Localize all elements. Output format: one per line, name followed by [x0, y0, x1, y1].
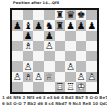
square-g2[interactable]: ♟♙ — [76, 72, 87, 82]
square-a1[interactable] — [12, 82, 23, 92]
square-a8[interactable] — [12, 10, 23, 20]
square-f2[interactable] — [65, 72, 76, 82]
square-b2[interactable]: ♝♗ — [23, 72, 34, 82]
square-a7[interactable]: ♟ — [12, 20, 23, 30]
square-a3[interactable] — [12, 61, 23, 71]
square-d4[interactable] — [44, 51, 55, 61]
square-h6[interactable] — [86, 31, 97, 41]
white-piece-fill: ♟ — [86, 72, 97, 82]
square-c7[interactable]: ♟ — [33, 20, 44, 30]
piece-wK-g1: ♔ — [76, 82, 87, 92]
square-a6[interactable] — [12, 31, 23, 41]
piece-wB-b5: ♗ — [23, 41, 34, 51]
piece-bP-h7: ♟ — [86, 20, 97, 30]
square-c3[interactable] — [33, 61, 44, 71]
white-piece-fill: ♟ — [12, 72, 23, 82]
square-g6[interactable] — [76, 31, 87, 41]
board-frame: ♜♛♚♟♝♟♞♜♟♟♟♟♟♝♗♟♙♟♙♟♙♟♙♝♗♟♙♛♕♟♙♟♙♜♖♜♖♚♔ — [10, 8, 99, 94]
page-header: Position after 14...Qf8 — [13, 1, 59, 6]
square-f5[interactable] — [65, 41, 76, 51]
square-h4[interactable] — [86, 51, 97, 61]
square-g1[interactable]: ♚♔ — [76, 82, 87, 92]
square-g5[interactable] — [76, 41, 87, 51]
square-h3[interactable] — [86, 61, 97, 71]
white-piece-fill: ♟ — [44, 41, 55, 51]
square-b3[interactable]: ♟♙ — [23, 61, 34, 71]
square-e2[interactable] — [55, 72, 66, 82]
square-d2[interactable]: ♛♕ — [44, 72, 55, 82]
square-h7[interactable]: ♟ — [86, 20, 97, 30]
piece-bP-g7: ♟ — [76, 20, 87, 30]
square-f6[interactable] — [65, 31, 76, 41]
piece-wB-b2: ♗ — [23, 72, 34, 82]
piece-wQ-d2: ♕ — [44, 72, 55, 82]
white-piece-fill: ♝ — [23, 41, 34, 51]
piece-bK-g8: ♚ — [76, 10, 87, 20]
piece-bR-e7: ♜ — [55, 20, 66, 30]
square-c4[interactable] — [33, 51, 44, 61]
square-f4[interactable] — [65, 51, 76, 61]
piece-bP-b6: ♟ — [23, 31, 34, 41]
white-piece-fill: ♜ — [55, 82, 66, 92]
caption-line-2: 6 b3 O-O 7 Bb2 d6 8 c4 Nbd7 9 Nc3 Re8 10… — [2, 101, 105, 107]
piece-bN-d7: ♞ — [44, 20, 55, 30]
square-g4[interactable] — [76, 51, 87, 61]
square-a4[interactable] — [12, 51, 23, 61]
square-d1[interactable] — [44, 82, 55, 92]
white-piece-fill: ♝ — [23, 72, 34, 82]
square-e1[interactable]: ♜♖ — [55, 82, 66, 92]
square-g8[interactable]: ♚ — [76, 10, 87, 20]
square-e6[interactable] — [55, 31, 66, 41]
square-f7[interactable]: ♟ — [65, 20, 76, 30]
piece-bP-a7: ♟ — [12, 20, 23, 30]
caption-line-1: 1 d4 Nf6 2 Nf3 e6 3 e3 b6 4 Bd3 Bb7 5 O-… — [2, 95, 105, 101]
square-f3[interactable]: ♟♙ — [65, 61, 76, 71]
white-piece-fill: ♟ — [76, 72, 87, 82]
piece-bQ-f8: ♛ — [65, 10, 76, 20]
piece-bR-e8: ♜ — [55, 10, 66, 20]
square-h1[interactable] — [86, 82, 97, 92]
white-piece-fill: ♜ — [65, 82, 76, 92]
square-h2[interactable]: ♟♙ — [86, 72, 97, 82]
piece-bP-c7: ♟ — [33, 20, 44, 30]
piece-wR-f1: ♖ — [65, 82, 76, 92]
square-c6[interactable] — [33, 31, 44, 41]
square-c8[interactable] — [33, 10, 44, 20]
piece-bB-b7: ♝ — [23, 20, 34, 30]
square-d5[interactable]: ♟♙ — [44, 41, 55, 51]
square-e5[interactable] — [55, 41, 66, 51]
chess-board: ♜♛♚♟♝♟♞♜♟♟♟♟♟♝♗♟♙♟♙♟♙♟♙♝♗♟♙♛♕♟♙♟♙♜♖♜♖♚♔ — [12, 10, 97, 92]
piece-wP-g2: ♙ — [76, 72, 87, 82]
piece-wR-e1: ♖ — [55, 82, 66, 92]
square-e8[interactable]: ♜ — [55, 10, 66, 20]
square-h8[interactable] — [86, 10, 97, 20]
square-g7[interactable]: ♟ — [76, 20, 87, 30]
white-piece-fill: ♛ — [44, 72, 55, 82]
square-d3[interactable] — [44, 61, 55, 71]
square-b1[interactable] — [23, 82, 34, 92]
piece-wP-h2: ♙ — [86, 72, 97, 82]
square-c5[interactable] — [33, 41, 44, 51]
square-c1[interactable] — [33, 82, 44, 92]
square-d6[interactable]: ♟ — [44, 31, 55, 41]
square-e3[interactable] — [55, 61, 66, 71]
square-b5[interactable]: ♝♗ — [23, 41, 34, 51]
square-h5[interactable] — [86, 41, 97, 51]
white-piece-fill: ♟ — [65, 61, 76, 71]
square-a5[interactable] — [12, 41, 23, 51]
white-piece-fill: ♟ — [23, 61, 34, 71]
square-d7[interactable]: ♞ — [44, 20, 55, 30]
square-b4[interactable] — [23, 51, 34, 61]
piece-wP-f3: ♙ — [65, 61, 76, 71]
piece-wP-a2: ♙ — [12, 72, 23, 82]
white-piece-fill: ♚ — [76, 82, 87, 92]
square-f8[interactable]: ♛ — [65, 10, 76, 20]
square-g3[interactable] — [76, 61, 87, 71]
square-e7[interactable]: ♜ — [55, 20, 66, 30]
square-b8[interactable] — [23, 10, 34, 20]
piece-wP-b3: ♙ — [23, 61, 34, 71]
square-e4[interactable] — [55, 51, 66, 61]
white-piece-fill: ♟ — [33, 72, 44, 82]
square-a2[interactable]: ♟♙ — [12, 72, 23, 82]
square-b7[interactable]: ♝ — [23, 20, 34, 30]
square-d8[interactable] — [44, 10, 55, 20]
piece-wP-c2: ♙ — [33, 72, 44, 82]
caption: 1 d4 Nf6 2 Nf3 e6 3 e3 b6 4 Bd3 Bb7 5 O-… — [2, 95, 105, 106]
piece-bP-d6: ♟ — [44, 31, 55, 41]
square-c2[interactable]: ♟♙ — [33, 72, 44, 82]
square-f1[interactable]: ♜♖ — [65, 82, 76, 92]
square-b6[interactable]: ♟ — [23, 31, 34, 41]
piece-wP-d5: ♙ — [44, 41, 55, 51]
piece-bP-f7: ♟ — [65, 20, 76, 30]
